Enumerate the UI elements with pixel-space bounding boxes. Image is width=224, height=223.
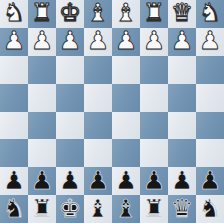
piece-white-knight[interactable]: ♞ <box>3 0 25 25</box>
piece-white-queen[interactable]: ♛ <box>171 0 193 25</box>
square-6-0[interactable]: ♟ <box>0 167 28 195</box>
piece-black-pawn[interactable]: ♟ <box>87 168 109 193</box>
square-3-4[interactable] <box>112 84 140 112</box>
square-1-6[interactable]: ♟ <box>168 28 196 56</box>
square-6-3[interactable]: ♟ <box>84 167 112 195</box>
piece-white-rook[interactable]: ♜ <box>31 0 53 25</box>
square-5-0[interactable] <box>0 139 28 167</box>
square-5-5[interactable] <box>140 139 168 167</box>
square-0-4[interactable]: ♝ <box>112 0 140 28</box>
square-3-5[interactable] <box>140 84 168 112</box>
square-2-5[interactable] <box>140 56 168 84</box>
piece-white-pawn[interactable]: ♟ <box>3 28 25 53</box>
square-3-2[interactable] <box>56 84 84 112</box>
square-0-6[interactable]: ♛ <box>168 0 196 28</box>
square-5-2[interactable] <box>56 139 84 167</box>
square-2-3[interactable] <box>84 56 112 84</box>
square-7-2[interactable]: ♚ <box>56 195 84 223</box>
square-4-6[interactable] <box>168 112 196 140</box>
square-1-1[interactable]: ♟ <box>28 28 56 56</box>
square-6-4[interactable]: ♟ <box>112 167 140 195</box>
square-4-3[interactable] <box>84 112 112 140</box>
square-0-2[interactable]: ♚ <box>56 0 84 28</box>
piece-white-bishop[interactable]: ♝ <box>87 0 109 25</box>
piece-white-rook[interactable]: ♜ <box>143 0 165 25</box>
piece-black-pawn[interactable]: ♟ <box>143 168 165 193</box>
square-0-1[interactable]: ♜ <box>28 0 56 28</box>
square-4-5[interactable] <box>140 112 168 140</box>
square-4-1[interactable] <box>28 112 56 140</box>
piece-black-bishop[interactable]: ♝ <box>115 196 137 221</box>
square-5-3[interactable] <box>84 139 112 167</box>
piece-black-knight[interactable]: ♞ <box>199 196 221 221</box>
piece-black-rook[interactable]: ♜ <box>31 196 53 221</box>
piece-black-pawn[interactable]: ♟ <box>199 168 221 193</box>
piece-white-pawn[interactable]: ♟ <box>115 28 137 53</box>
square-1-0[interactable]: ♟ <box>0 28 28 56</box>
piece-black-pawn[interactable]: ♟ <box>115 168 137 193</box>
piece-black-knight[interactable]: ♞ <box>3 196 25 221</box>
piece-black-pawn[interactable]: ♟ <box>59 168 81 193</box>
piece-white-king[interactable]: ♚ <box>59 0 81 25</box>
square-7-7[interactable]: ♞ <box>196 195 224 223</box>
square-1-4[interactable]: ♟ <box>112 28 140 56</box>
square-7-5[interactable]: ♜ <box>140 195 168 223</box>
square-1-5[interactable]: ♟ <box>140 28 168 56</box>
piece-black-bishop[interactable]: ♝ <box>87 196 109 221</box>
piece-black-rook[interactable]: ♜ <box>143 196 165 221</box>
square-6-7[interactable]: ♟ <box>196 167 224 195</box>
piece-white-bishop[interactable]: ♝ <box>115 0 137 25</box>
square-2-1[interactable] <box>28 56 56 84</box>
square-2-4[interactable] <box>112 56 140 84</box>
square-3-0[interactable] <box>0 84 28 112</box>
square-1-2[interactable]: ♟ <box>56 28 84 56</box>
square-2-0[interactable] <box>0 56 28 84</box>
square-5-4[interactable] <box>112 139 140 167</box>
square-3-3[interactable] <box>84 84 112 112</box>
piece-white-pawn[interactable]: ♟ <box>171 28 193 53</box>
square-0-3[interactable]: ♝ <box>84 0 112 28</box>
square-5-1[interactable] <box>28 139 56 167</box>
piece-white-pawn[interactable]: ♟ <box>59 28 81 53</box>
square-2-7[interactable] <box>196 56 224 84</box>
square-4-4[interactable] <box>112 112 140 140</box>
piece-white-pawn[interactable]: ♟ <box>199 28 221 53</box>
square-5-7[interactable] <box>196 139 224 167</box>
square-3-7[interactable] <box>196 84 224 112</box>
square-7-3[interactable]: ♝ <box>84 195 112 223</box>
chess-board: ♞♜♚♝♝♜♛♞♟♟♟♟♟♟♟♟♟♟♟♟♟♟♟♟♞♜♚♝♝♜♛♞ <box>0 0 224 223</box>
piece-black-pawn[interactable]: ♟ <box>31 168 53 193</box>
square-2-2[interactable] <box>56 56 84 84</box>
piece-black-pawn[interactable]: ♟ <box>3 168 25 193</box>
square-6-6[interactable]: ♟ <box>168 167 196 195</box>
square-3-1[interactable] <box>28 84 56 112</box>
square-4-2[interactable] <box>56 112 84 140</box>
piece-black-king[interactable]: ♚ <box>59 196 81 221</box>
square-0-0[interactable]: ♞ <box>0 0 28 28</box>
piece-white-knight[interactable]: ♞ <box>199 0 221 25</box>
piece-black-pawn[interactable]: ♟ <box>171 168 193 193</box>
piece-white-pawn[interactable]: ♟ <box>31 28 53 53</box>
square-3-6[interactable] <box>168 84 196 112</box>
square-1-7[interactable]: ♟ <box>196 28 224 56</box>
square-7-6[interactable]: ♛ <box>168 195 196 223</box>
square-1-3[interactable]: ♟ <box>84 28 112 56</box>
square-4-0[interactable] <box>0 112 28 140</box>
square-6-2[interactable]: ♟ <box>56 167 84 195</box>
square-2-6[interactable] <box>168 56 196 84</box>
square-0-7[interactable]: ♞ <box>196 0 224 28</box>
piece-white-pawn[interactable]: ♟ <box>87 28 109 53</box>
piece-black-queen[interactable]: ♛ <box>171 196 193 221</box>
square-7-4[interactable]: ♝ <box>112 195 140 223</box>
square-4-7[interactable] <box>196 112 224 140</box>
square-0-5[interactable]: ♜ <box>140 0 168 28</box>
square-7-0[interactable]: ♞ <box>0 195 28 223</box>
square-6-5[interactable]: ♟ <box>140 167 168 195</box>
square-7-1[interactable]: ♜ <box>28 195 56 223</box>
square-5-6[interactable] <box>168 139 196 167</box>
piece-white-pawn[interactable]: ♟ <box>143 28 165 53</box>
square-6-1[interactable]: ♟ <box>28 167 56 195</box>
